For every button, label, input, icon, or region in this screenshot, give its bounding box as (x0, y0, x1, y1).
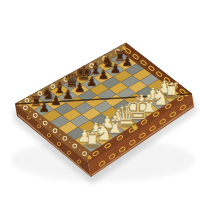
piece-black-pawn-g7: ♟ (110, 61, 121, 76)
piece-black-pawn-f7: ♟ (98, 67, 109, 82)
gold-dot (49, 126, 50, 127)
piece-black-pawn-a7: ♟ (38, 100, 49, 115)
piece-black-pawn-c7: ♟ (62, 87, 73, 102)
gold-dot (69, 142, 70, 143)
corner-medallion (87, 155, 91, 159)
piece-white-rook-h1: ♜ (162, 78, 181, 103)
gold-dot (40, 119, 41, 120)
chess-set-scene: ♜♞♝♛♚♝♞♜♟♟♟♟♟♟♟♟♟♟♟♟♟♟♟♟♜♞♝♛♚♝♞♜ (0, 0, 200, 200)
gold-dot (30, 111, 31, 112)
piece-black-pawn-e7: ♟ (86, 74, 97, 89)
gold-dot (79, 149, 80, 150)
piece-black-pawn-b7: ♟ (50, 93, 61, 108)
piece-black-pawn-h7: ♟ (121, 54, 132, 69)
gold-dot (59, 134, 60, 135)
piece-black-pawn-d7: ♟ (74, 80, 85, 95)
product-photo: ♜♞♝♛♚♝♞♜♟♟♟♟♟♟♟♟♟♟♟♟♟♟♟♟♜♞♝♛♚♝♞♜ (0, 0, 200, 200)
